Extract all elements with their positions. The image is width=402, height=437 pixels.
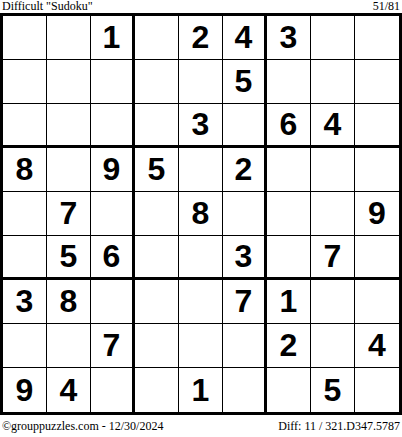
cell-r3c3[interactable] (91, 104, 135, 148)
cell-r8c5[interactable] (179, 324, 223, 368)
cell-r4c5[interactable] (179, 148, 223, 192)
cell-r1c2[interactable] (47, 16, 91, 60)
cell-r7c8[interactable] (311, 280, 355, 324)
header: Difficult "Sudoku" 51/81 (0, 0, 402, 13)
cell-r2c1[interactable] (3, 60, 47, 104)
cell-r2c8[interactable] (311, 60, 355, 104)
cell-r5c7[interactable] (267, 192, 311, 236)
cell-r3c6[interactable] (223, 104, 267, 148)
cell-r2c5[interactable] (179, 60, 223, 104)
cell-r5c1[interactable] (3, 192, 47, 236)
cell-r2c3[interactable] (91, 60, 135, 104)
cell-r3c2[interactable] (47, 104, 91, 148)
cell-r2c9[interactable] (355, 60, 399, 104)
progress-counter: 51/81 (373, 0, 400, 13)
cell-r6c7[interactable] (267, 236, 311, 280)
copyright-date: ©grouppuzzles.com - 12/30/2024 (2, 419, 163, 434)
cell-r9c7[interactable] (267, 368, 311, 412)
cell-r5c9[interactable]: 9 (355, 192, 399, 236)
cell-r4c3[interactable]: 9 (91, 148, 135, 192)
cell-r9c3[interactable] (91, 368, 135, 412)
cell-r7c4[interactable] (135, 280, 179, 324)
cell-r4c9[interactable] (355, 148, 399, 192)
cell-r7c5[interactable] (179, 280, 223, 324)
cell-r4c8[interactable] (311, 148, 355, 192)
cell-r5c5[interactable]: 8 (179, 192, 223, 236)
cell-r3c9[interactable] (355, 104, 399, 148)
cell-r9c1[interactable]: 9 (3, 368, 47, 412)
cell-r1c7[interactable]: 3 (267, 16, 311, 60)
cell-r7c9[interactable] (355, 280, 399, 324)
cell-r6c1[interactable] (3, 236, 47, 280)
cell-r8c3[interactable]: 7 (91, 324, 135, 368)
cell-r1c4[interactable] (135, 16, 179, 60)
cell-r8c4[interactable] (135, 324, 179, 368)
sudoku-board: 124353648952789563738717249415 (0, 13, 402, 415)
cell-r8c8[interactable] (311, 324, 355, 368)
sudoku-page: Difficult "Sudoku" 51/81 124353648952789… (0, 0, 402, 437)
cell-r8c2[interactable] (47, 324, 91, 368)
cell-r3c8[interactable]: 4 (311, 104, 355, 148)
cell-r1c9[interactable] (355, 16, 399, 60)
cell-r4c7[interactable] (267, 148, 311, 192)
cell-r4c1[interactable]: 8 (3, 148, 47, 192)
cell-r5c3[interactable] (91, 192, 135, 236)
cell-r8c7[interactable]: 2 (267, 324, 311, 368)
cell-r9c8[interactable]: 5 (311, 368, 355, 412)
cell-r7c1[interactable]: 3 (3, 280, 47, 324)
cell-r6c9[interactable] (355, 236, 399, 280)
cell-r9c4[interactable] (135, 368, 179, 412)
cell-r7c7[interactable]: 1 (267, 280, 311, 324)
cell-r5c8[interactable] (311, 192, 355, 236)
cell-r2c4[interactable] (135, 60, 179, 104)
difficulty-info: Diff: 11 / 321.D347.5787 (278, 419, 400, 434)
cell-r6c3[interactable]: 6 (91, 236, 135, 280)
cell-r8c6[interactable] (223, 324, 267, 368)
cell-r6c8[interactable]: 7 (311, 236, 355, 280)
cell-r1c3[interactable]: 1 (91, 16, 135, 60)
cell-r1c6[interactable]: 4 (223, 16, 267, 60)
cell-r1c8[interactable] (311, 16, 355, 60)
cell-r9c9[interactable] (355, 368, 399, 412)
cell-r3c7[interactable]: 6 (267, 104, 311, 148)
cell-r8c9[interactable]: 4 (355, 324, 399, 368)
cell-r6c5[interactable] (179, 236, 223, 280)
cell-r2c2[interactable] (47, 60, 91, 104)
cell-r6c6[interactable]: 3 (223, 236, 267, 280)
cell-r3c1[interactable] (3, 104, 47, 148)
cell-r4c2[interactable] (47, 148, 91, 192)
cell-r7c6[interactable]: 7 (223, 280, 267, 324)
cell-r6c4[interactable] (135, 236, 179, 280)
cell-r7c3[interactable] (91, 280, 135, 324)
cell-r3c4[interactable] (135, 104, 179, 148)
cell-r1c1[interactable] (3, 16, 47, 60)
cell-r9c2[interactable]: 4 (47, 368, 91, 412)
cell-r4c4[interactable]: 5 (135, 148, 179, 192)
cell-r2c6[interactable]: 5 (223, 60, 267, 104)
cell-r1c5[interactable]: 2 (179, 16, 223, 60)
cell-r5c6[interactable] (223, 192, 267, 236)
cell-r2c7[interactable] (267, 60, 311, 104)
cell-r6c2[interactable]: 5 (47, 236, 91, 280)
cell-r3c5[interactable]: 3 (179, 104, 223, 148)
cell-r7c2[interactable]: 8 (47, 280, 91, 324)
cell-r5c4[interactable] (135, 192, 179, 236)
cell-r8c1[interactable] (3, 324, 47, 368)
cell-r5c2[interactable]: 7 (47, 192, 91, 236)
footer: ©grouppuzzles.com - 12/30/2024 Diff: 11 … (0, 415, 402, 434)
cell-r9c5[interactable]: 1 (179, 368, 223, 412)
puzzle-title: Difficult "Sudoku" (2, 0, 93, 13)
cell-r9c6[interactable] (223, 368, 267, 412)
cell-r4c6[interactable]: 2 (223, 148, 267, 192)
